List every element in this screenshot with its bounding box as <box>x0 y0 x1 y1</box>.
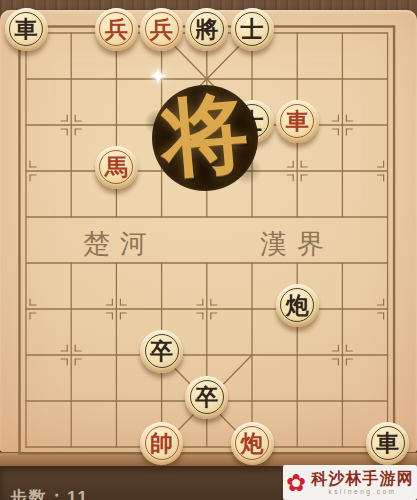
piece-red-chariot[interactable]: 車 <box>276 100 319 143</box>
watermark-site-name: 科沙林手游网 <box>312 470 414 488</box>
pieces-layer: 車兵兵將士士車馬炮卒卒帥炮車 <box>0 0 417 500</box>
piece-glyph: 馬 <box>105 155 128 178</box>
piece-glyph: 炮 <box>241 431 264 454</box>
piece-black-general[interactable]: 將 <box>185 8 228 51</box>
piece-glyph: 士 <box>241 109 264 132</box>
watermark: ✿ 科沙林手游网 kslineng.com <box>283 465 417 500</box>
piece-glyph: 帥 <box>150 431 173 454</box>
piece-glyph: 兵 <box>150 17 173 40</box>
piece-black-chariot-right[interactable]: 車 <box>366 422 409 465</box>
piece-red-pawn-2[interactable]: 兵 <box>140 8 183 51</box>
piece-red-cannon[interactable]: 炮 <box>231 422 274 465</box>
piece-black-cannon[interactable]: 炮 <box>276 284 319 327</box>
piece-glyph: 士 <box>241 17 264 40</box>
piece-glyph: 卒 <box>150 339 173 362</box>
piece-black-advisor-1[interactable]: 士 <box>231 8 274 51</box>
move-counter: 步数：11 <box>10 486 89 500</box>
watermark-text-block: 科沙林手游网 kslineng.com <box>308 470 417 496</box>
piece-glyph: 車 <box>376 431 399 454</box>
piece-black-chariot-left[interactable]: 車 <box>5 8 48 51</box>
piece-glyph: 卒 <box>195 385 218 408</box>
watermark-domain: kslineng.com <box>329 488 397 495</box>
flower-icon: ✿ <box>286 471 306 495</box>
piece-black-soldier-2[interactable]: 卒 <box>185 376 228 419</box>
piece-glyph: 將 <box>195 17 218 40</box>
piece-red-general[interactable]: 帥 <box>140 422 183 465</box>
piece-glyph: 兵 <box>105 17 128 40</box>
piece-black-soldier-1[interactable]: 卒 <box>140 330 183 373</box>
game-screen: 楚河 漢界 車兵兵將士士車馬炮卒卒帥炮車 将 ✦ 步数：11 ✿ 科沙林手游网 … <box>0 0 417 500</box>
piece-red-pawn-1[interactable]: 兵 <box>95 8 138 51</box>
piece-black-advisor-2[interactable]: 士 <box>231 100 274 143</box>
piece-glyph: 車 <box>15 17 38 40</box>
piece-glyph: 炮 <box>286 293 309 316</box>
piece-glyph: 車 <box>286 109 309 132</box>
piece-red-horse[interactable]: 馬 <box>95 146 138 189</box>
